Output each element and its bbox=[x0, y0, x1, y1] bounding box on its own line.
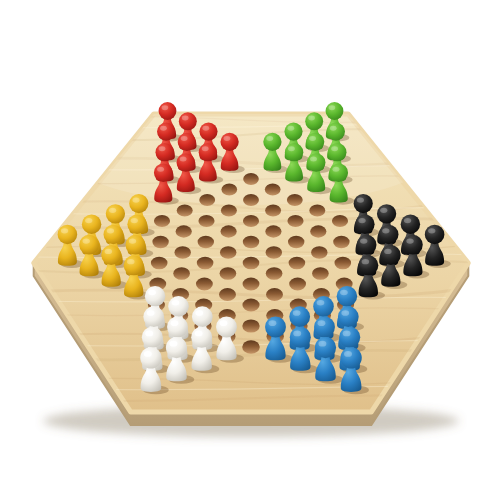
peg-head bbox=[179, 112, 197, 130]
peg-head bbox=[263, 133, 281, 151]
peg-head bbox=[340, 347, 361, 368]
peg-head-highlight bbox=[109, 208, 116, 213]
peg-head bbox=[79, 235, 99, 255]
hole[interactable] bbox=[242, 340, 260, 353]
hole[interactable] bbox=[309, 204, 325, 216]
peg-head-highlight bbox=[105, 249, 112, 254]
peg-head-highlight bbox=[171, 320, 179, 326]
peg-head-highlight bbox=[61, 228, 68, 233]
hole[interactable] bbox=[266, 267, 283, 280]
hole[interactable] bbox=[197, 257, 214, 270]
peg-head-highlight bbox=[127, 259, 135, 264]
peg-head bbox=[338, 306, 359, 327]
hole[interactable] bbox=[310, 225, 326, 237]
peg-head-highlight bbox=[157, 167, 164, 172]
peg-head bbox=[58, 225, 78, 245]
peg-head bbox=[377, 204, 396, 223]
peg-head-highlight bbox=[404, 218, 411, 223]
hole[interactable] bbox=[221, 184, 237, 196]
peg-head-highlight bbox=[83, 238, 90, 243]
peg-head-highlight bbox=[132, 198, 139, 203]
peg-head bbox=[216, 317, 237, 338]
peg-head bbox=[140, 347, 161, 368]
peg-head-highlight bbox=[343, 331, 351, 337]
peg-head-highlight bbox=[287, 126, 294, 131]
peg-head-highlight bbox=[380, 208, 387, 213]
hole[interactable] bbox=[221, 204, 237, 216]
peg-head bbox=[289, 306, 310, 327]
peg-head bbox=[401, 214, 420, 233]
peg-head-highlight bbox=[144, 351, 152, 357]
peg-head bbox=[82, 214, 101, 233]
hole[interactable] bbox=[243, 257, 260, 270]
hole[interactable] bbox=[266, 288, 283, 301]
chinese-checkers-board bbox=[0, 0, 500, 500]
hole[interactable] bbox=[220, 225, 236, 237]
hole[interactable] bbox=[332, 215, 348, 227]
peg-head bbox=[265, 317, 286, 338]
hole[interactable] bbox=[312, 267, 329, 280]
peg-head bbox=[199, 123, 217, 141]
peg-head-highlight bbox=[182, 116, 189, 121]
hole[interactable] bbox=[289, 257, 306, 270]
hole[interactable] bbox=[243, 215, 259, 227]
peg-head bbox=[358, 255, 378, 275]
peg-head-highlight bbox=[309, 136, 316, 141]
peg-head-highlight bbox=[406, 238, 413, 243]
peg-head bbox=[313, 296, 334, 317]
peg-head-highlight bbox=[181, 136, 188, 141]
peg-head-highlight bbox=[362, 259, 370, 264]
peg-head-highlight bbox=[310, 157, 317, 162]
peg-head-highlight bbox=[308, 116, 315, 121]
peg-head-highlight bbox=[330, 126, 337, 131]
hole[interactable] bbox=[287, 215, 303, 227]
peg-head-highlight bbox=[269, 320, 277, 326]
peg-head-highlight bbox=[160, 126, 167, 131]
peg-head-highlight bbox=[224, 136, 231, 141]
hole[interactable] bbox=[174, 246, 190, 259]
hole[interactable] bbox=[243, 194, 259, 206]
peg-head-highlight bbox=[202, 126, 209, 131]
hole[interactable] bbox=[243, 278, 260, 291]
peg-head bbox=[403, 235, 423, 255]
peg-head-highlight bbox=[382, 228, 389, 233]
peg-head bbox=[285, 143, 303, 161]
peg-head-highlight bbox=[162, 105, 169, 110]
peg-head bbox=[381, 245, 401, 265]
peg-head bbox=[339, 327, 360, 348]
peg-head bbox=[192, 306, 213, 327]
hole[interactable] bbox=[333, 236, 349, 248]
peg-head-highlight bbox=[288, 146, 295, 151]
board-photo bbox=[0, 0, 500, 500]
peg-head-highlight bbox=[266, 136, 273, 141]
peg-head-highlight bbox=[180, 157, 187, 162]
peg-head-highlight bbox=[360, 238, 367, 243]
hole[interactable] bbox=[265, 204, 281, 216]
hole[interactable] bbox=[265, 225, 281, 237]
peg-head-highlight bbox=[145, 331, 153, 337]
hole[interactable] bbox=[287, 194, 303, 206]
peg-head-highlight bbox=[129, 238, 136, 243]
hole[interactable] bbox=[196, 278, 213, 291]
peg-head-highlight bbox=[107, 228, 114, 233]
peg-head-highlight bbox=[202, 146, 209, 151]
peg-head bbox=[220, 133, 238, 151]
peg-head bbox=[142, 327, 163, 348]
peg-head bbox=[199, 143, 217, 161]
peg-head-highlight bbox=[332, 167, 339, 172]
peg-head-highlight bbox=[317, 300, 325, 306]
peg-head bbox=[157, 123, 175, 141]
peg-head bbox=[355, 214, 374, 233]
peg-head bbox=[290, 327, 311, 348]
peg-head-highlight bbox=[85, 218, 92, 223]
peg-head bbox=[329, 163, 348, 182]
peg-head bbox=[379, 225, 399, 245]
peg-head-highlight bbox=[293, 331, 301, 337]
peg-head bbox=[145, 286, 165, 306]
peg-head-highlight bbox=[293, 310, 301, 316]
hole[interactable] bbox=[266, 246, 282, 259]
peg-head bbox=[167, 317, 188, 338]
hole[interactable] bbox=[243, 236, 259, 248]
peg-head bbox=[315, 337, 336, 358]
peg-head bbox=[127, 214, 146, 233]
peg-head-highlight bbox=[384, 249, 391, 254]
hole[interactable] bbox=[311, 246, 327, 259]
peg-head-highlight bbox=[331, 146, 338, 151]
peg-head bbox=[337, 286, 357, 306]
peg-head bbox=[314, 317, 335, 338]
hole[interactable] bbox=[220, 267, 237, 280]
peg-head bbox=[326, 102, 344, 120]
peg-head bbox=[306, 133, 324, 151]
peg-head bbox=[178, 133, 196, 151]
peg-head-highlight bbox=[220, 320, 228, 326]
hole[interactable] bbox=[265, 184, 281, 196]
hole[interactable] bbox=[154, 215, 170, 227]
peg-head bbox=[177, 153, 196, 172]
peg-head-highlight bbox=[148, 290, 156, 296]
peg-head bbox=[357, 235, 377, 255]
peg-head-highlight bbox=[318, 320, 326, 326]
peg-head-highlight bbox=[428, 228, 435, 233]
peg-head-highlight bbox=[147, 310, 155, 316]
peg-head bbox=[284, 123, 302, 141]
hole[interactable] bbox=[173, 267, 190, 280]
peg-head bbox=[155, 143, 173, 161]
peg-head-highlight bbox=[357, 198, 364, 203]
peg-head-highlight bbox=[344, 351, 352, 357]
hole[interactable] bbox=[220, 246, 236, 259]
peg-head bbox=[126, 235, 146, 255]
peg-head bbox=[327, 123, 345, 141]
hole[interactable] bbox=[198, 236, 214, 248]
hole[interactable] bbox=[335, 257, 352, 270]
peg-head-highlight bbox=[159, 146, 166, 151]
peg-head bbox=[168, 296, 189, 317]
peg-head bbox=[305, 112, 323, 130]
hole[interactable] bbox=[219, 288, 236, 301]
peg-head-highlight bbox=[358, 218, 365, 223]
peg-head bbox=[166, 337, 187, 358]
hole[interactable] bbox=[176, 225, 192, 237]
hole[interactable] bbox=[242, 299, 259, 312]
peg-head bbox=[354, 194, 373, 213]
peg-head bbox=[101, 245, 121, 265]
peg-head bbox=[104, 225, 124, 245]
hole[interactable] bbox=[243, 173, 259, 185]
peg-head-highlight bbox=[318, 341, 326, 347]
peg-head-highlight bbox=[172, 300, 180, 306]
hole[interactable] bbox=[151, 257, 168, 270]
peg-head-highlight bbox=[131, 218, 138, 223]
peg-head bbox=[106, 204, 125, 223]
peg-head bbox=[307, 153, 326, 172]
hole[interactable] bbox=[288, 236, 304, 248]
peg-head bbox=[154, 163, 173, 182]
hole[interactable] bbox=[199, 194, 215, 206]
peg-head bbox=[328, 143, 346, 161]
peg-head bbox=[124, 255, 144, 275]
peg-head-highlight bbox=[195, 331, 203, 337]
peg-head-highlight bbox=[195, 310, 203, 316]
peg-head-highlight bbox=[169, 341, 177, 347]
hole[interactable] bbox=[242, 319, 259, 332]
hole[interactable] bbox=[198, 215, 214, 227]
peg-head bbox=[159, 102, 177, 120]
hole[interactable] bbox=[152, 236, 168, 248]
hole[interactable] bbox=[177, 204, 193, 216]
peg-head bbox=[425, 225, 445, 245]
peg-head-highlight bbox=[341, 310, 349, 316]
peg-head-highlight bbox=[329, 105, 336, 110]
peg-head bbox=[129, 194, 148, 213]
peg-head bbox=[143, 306, 164, 327]
peg-head bbox=[191, 327, 212, 348]
hole[interactable] bbox=[289, 278, 306, 291]
peg-head-highlight bbox=[340, 290, 348, 296]
